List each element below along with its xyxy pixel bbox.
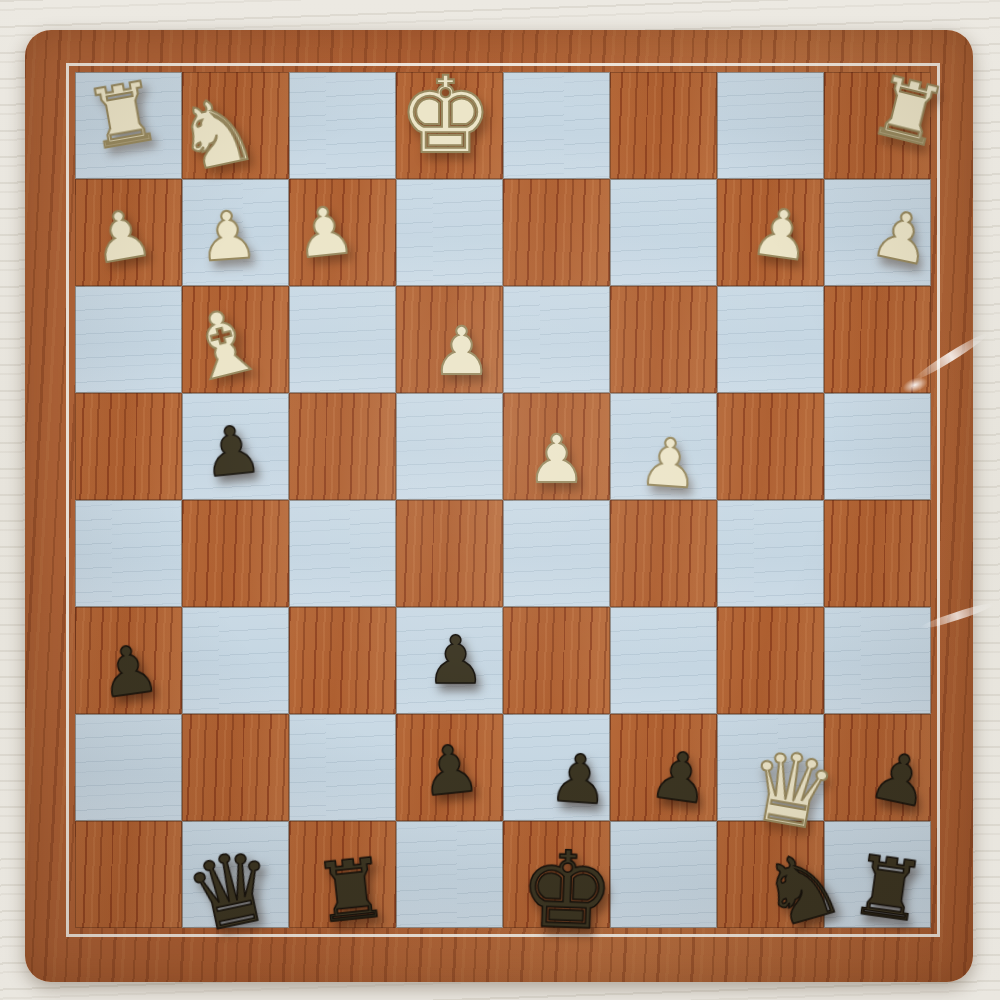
square-a4[interactable] [75,500,182,607]
square-f7[interactable] [610,179,717,286]
square-a5[interactable] [75,393,182,500]
square-d1[interactable] [396,821,503,928]
square-c5[interactable] [289,393,396,500]
square-d4[interactable] [396,500,503,607]
square-g5[interactable] [717,393,824,500]
square-c3[interactable] [289,607,396,714]
square-g4[interactable] [717,500,824,607]
black-rook[interactable]: ♜ [310,846,392,935]
white-queen[interactable]: ♛ [739,734,843,846]
square-a1[interactable] [75,821,182,928]
white-rook[interactable]: ♜ [79,69,166,163]
white-pawn[interactable]: ♟ [866,199,938,276]
white-pawn[interactable]: ♟ [527,427,586,493]
black-pawn[interactable]: ♟ [95,635,163,709]
square-c6[interactable] [289,286,396,393]
square-g6[interactable] [717,286,824,393]
square-a2[interactable] [75,714,182,821]
square-f6[interactable] [610,286,717,393]
square-f8[interactable] [610,72,717,179]
square-h4[interactable] [824,500,931,607]
white-pawn[interactable]: ♟ [432,319,491,385]
square-e3[interactable] [503,607,610,714]
square-e4[interactable] [503,500,610,607]
square-c2[interactable] [289,714,396,821]
white-king[interactable]: ♚ [398,63,493,169]
square-e8[interactable] [503,72,610,179]
white-pawn[interactable]: ♟ [87,199,157,274]
square-g8[interactable] [717,72,824,179]
square-h6[interactable] [824,286,931,393]
square-d5[interactable] [396,393,503,500]
square-g3[interactable] [717,607,824,714]
square-c4[interactable] [289,500,396,607]
square-b2[interactable] [182,714,289,821]
black-pawn[interactable]: ♟ [426,628,485,694]
square-h5[interactable] [824,393,931,500]
square-b3[interactable] [182,607,289,714]
chess-board: ♜♞♚♜♟♟♟♟♟♝♟♟♟♟♟♟♟♟♟♛♟♛♜♚♞♜ [25,30,973,982]
black-pawn[interactable]: ♟ [646,741,714,815]
square-b4[interactable] [182,500,289,607]
black-rook[interactable]: ♜ [845,843,929,934]
square-f4[interactable] [610,500,717,607]
white-pawn[interactable]: ♟ [292,197,358,269]
black-pawn[interactable]: ♟ [199,416,265,488]
black-pawn[interactable]: ♟ [864,741,936,818]
black-pawn[interactable]: ♟ [547,745,611,815]
square-c8[interactable] [289,72,396,179]
square-a6[interactable] [75,286,182,393]
square-h3[interactable] [824,607,931,714]
black-pawn[interactable]: ♟ [417,735,483,807]
square-f3[interactable] [610,607,717,714]
table-surface: ♜♞♚♜♟♟♟♟♟♝♟♟♟♟♟♟♟♟♟♛♟♛♜♚♞♜ [0,0,1000,1000]
black-king[interactable]: ♚ [517,836,616,945]
white-pawn[interactable]: ♟ [196,202,260,272]
square-d7[interactable] [396,179,503,286]
square-e6[interactable] [503,286,610,393]
white-pawn[interactable]: ♟ [637,429,701,499]
square-f1[interactable] [610,821,717,928]
square-e7[interactable] [503,179,610,286]
white-pawn[interactable]: ♟ [747,198,815,272]
